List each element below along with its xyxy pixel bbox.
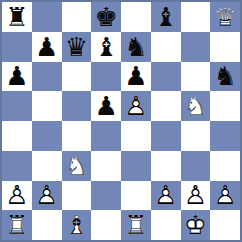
piece-white-pawn[interactable]: ♟♙ bbox=[181, 181, 211, 211]
piece-black-king[interactable]: ♚ bbox=[91, 2, 121, 32]
square-f4[interactable] bbox=[151, 121, 181, 151]
square-f5[interactable] bbox=[151, 91, 181, 121]
square-c4[interactable] bbox=[62, 121, 92, 151]
chess-board: ♜♚♝♛♕♟♛♝♞♟♟♞♟♟♙♞♘♞♘♟♙♟♙♟♙♟♙♟♙♜♖♝♗♜♖♚♔ bbox=[2, 2, 240, 240]
square-c7[interactable]: ♛ bbox=[62, 32, 92, 62]
square-h8[interactable]: ♛♕ bbox=[210, 2, 240, 32]
square-h1[interactable] bbox=[210, 210, 240, 240]
piece-white-pawn[interactable]: ♟♙ bbox=[2, 181, 32, 211]
square-g2[interactable]: ♟♙ bbox=[181, 181, 211, 211]
square-a3[interactable] bbox=[2, 151, 32, 181]
square-h6[interactable]: ♞ bbox=[210, 62, 240, 92]
square-c8[interactable] bbox=[62, 2, 92, 32]
square-f7[interactable] bbox=[151, 32, 181, 62]
square-f2[interactable]: ♟♙ bbox=[151, 181, 181, 211]
square-e7[interactable]: ♞ bbox=[121, 32, 151, 62]
square-d1[interactable] bbox=[91, 210, 121, 240]
piece-black-pawn[interactable]: ♟ bbox=[121, 62, 151, 92]
piece-black-pawn[interactable]: ♟ bbox=[2, 62, 32, 92]
piece-white-pawn[interactable]: ♟♙ bbox=[151, 181, 181, 211]
square-c2[interactable] bbox=[62, 181, 92, 211]
piece-black-knight[interactable]: ♞ bbox=[210, 62, 240, 92]
square-a6[interactable]: ♟ bbox=[2, 62, 32, 92]
square-g7[interactable] bbox=[181, 32, 211, 62]
square-b2[interactable]: ♟♙ bbox=[32, 181, 62, 211]
square-d4[interactable] bbox=[91, 121, 121, 151]
square-f6[interactable] bbox=[151, 62, 181, 92]
square-h2[interactable]: ♟♙ bbox=[210, 181, 240, 211]
piece-black-knight[interactable]: ♞ bbox=[121, 32, 151, 62]
square-a4[interactable] bbox=[2, 121, 32, 151]
square-b7[interactable]: ♟ bbox=[32, 32, 62, 62]
square-g5[interactable]: ♞♘ bbox=[181, 91, 211, 121]
piece-white-king[interactable]: ♚♔ bbox=[181, 210, 211, 240]
piece-white-rook[interactable]: ♜♖ bbox=[121, 210, 151, 240]
piece-white-bishop[interactable]: ♝♗ bbox=[62, 210, 92, 240]
square-e5[interactable]: ♟♙ bbox=[121, 91, 151, 121]
square-b5[interactable] bbox=[32, 91, 62, 121]
piece-white-queen[interactable]: ♛♕ bbox=[210, 2, 240, 32]
square-b3[interactable] bbox=[32, 151, 62, 181]
square-b6[interactable] bbox=[32, 62, 62, 92]
square-g3[interactable] bbox=[181, 151, 211, 181]
square-e2[interactable] bbox=[121, 181, 151, 211]
square-a2[interactable]: ♟♙ bbox=[2, 181, 32, 211]
square-g1[interactable]: ♚♔ bbox=[181, 210, 211, 240]
square-e4[interactable] bbox=[121, 121, 151, 151]
piece-black-bishop[interactable]: ♝ bbox=[151, 2, 181, 32]
square-e6[interactable]: ♟ bbox=[121, 62, 151, 92]
square-g8[interactable] bbox=[181, 2, 211, 32]
piece-white-pawn[interactable]: ♟♙ bbox=[32, 181, 62, 211]
piece-white-pawn[interactable]: ♟♙ bbox=[210, 181, 240, 211]
square-a5[interactable] bbox=[2, 91, 32, 121]
square-c1[interactable]: ♝♗ bbox=[62, 210, 92, 240]
square-a7[interactable] bbox=[2, 32, 32, 62]
piece-black-pawn[interactable]: ♟ bbox=[32, 32, 62, 62]
square-d3[interactable] bbox=[91, 151, 121, 181]
square-f1[interactable] bbox=[151, 210, 181, 240]
square-c6[interactable] bbox=[62, 62, 92, 92]
square-c3[interactable]: ♞♘ bbox=[62, 151, 92, 181]
square-g4[interactable] bbox=[181, 121, 211, 151]
square-b8[interactable] bbox=[32, 2, 62, 32]
square-h3[interactable] bbox=[210, 151, 240, 181]
square-c5[interactable] bbox=[62, 91, 92, 121]
square-d6[interactable] bbox=[91, 62, 121, 92]
piece-white-knight[interactable]: ♞♘ bbox=[62, 151, 92, 181]
square-b4[interactable] bbox=[32, 121, 62, 151]
piece-black-queen[interactable]: ♛ bbox=[62, 32, 92, 62]
square-d5[interactable]: ♟ bbox=[91, 91, 121, 121]
square-f8[interactable]: ♝ bbox=[151, 2, 181, 32]
piece-black-pawn[interactable]: ♟ bbox=[91, 91, 121, 121]
square-f3[interactable] bbox=[151, 151, 181, 181]
square-a8[interactable]: ♜ bbox=[2, 2, 32, 32]
square-h7[interactable] bbox=[210, 32, 240, 62]
piece-white-pawn[interactable]: ♟♙ bbox=[121, 91, 151, 121]
square-e3[interactable] bbox=[121, 151, 151, 181]
piece-white-knight[interactable]: ♞♘ bbox=[181, 91, 211, 121]
square-h5[interactable] bbox=[210, 91, 240, 121]
square-g6[interactable] bbox=[181, 62, 211, 92]
chess-board-frame: ♜♚♝♛♕♟♛♝♞♟♟♞♟♟♙♞♘♞♘♟♙♟♙♟♙♟♙♟♙♜♖♝♗♜♖♚♔ bbox=[0, 0, 242, 242]
square-e1[interactable]: ♜♖ bbox=[121, 210, 151, 240]
square-e8[interactable] bbox=[121, 2, 151, 32]
square-h4[interactable] bbox=[210, 121, 240, 151]
square-d2[interactable] bbox=[91, 181, 121, 211]
square-d8[interactable]: ♚ bbox=[91, 2, 121, 32]
square-b1[interactable] bbox=[32, 210, 62, 240]
square-a1[interactable]: ♜♖ bbox=[2, 210, 32, 240]
piece-white-rook[interactable]: ♜♖ bbox=[2, 210, 32, 240]
piece-black-rook[interactable]: ♜ bbox=[2, 2, 32, 32]
piece-black-bishop[interactable]: ♝ bbox=[91, 32, 121, 62]
square-d7[interactable]: ♝ bbox=[91, 32, 121, 62]
